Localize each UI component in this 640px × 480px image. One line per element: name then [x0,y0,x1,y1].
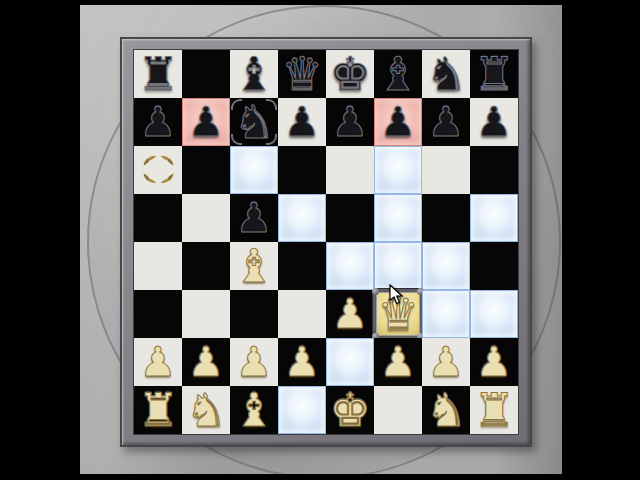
square-h6[interactable] [470,146,518,194]
square-f3[interactable]: ♛ [374,290,422,338]
square-g1[interactable]: ♞ [422,386,470,434]
square-e1[interactable]: ♚ [326,386,374,434]
square-e3[interactable]: ♟ [326,290,374,338]
square-e4[interactable] [326,242,374,290]
piece-white-knight[interactable]: ♞ [182,386,230,434]
piece-white-pawn[interactable]: ♟ [278,338,326,386]
piece-black-king[interactable]: ♚ [326,50,374,98]
square-b8[interactable] [182,50,230,98]
piece-white-pawn[interactable]: ♟ [230,338,278,386]
square-e2[interactable] [326,338,374,386]
piece-black-pawn[interactable]: ♟ [470,98,518,146]
piece-black-knight[interactable]: ♞ [230,98,278,146]
square-a8[interactable]: ♜ [134,50,182,98]
square-c5[interactable]: ♟ [230,194,278,242]
square-d3[interactable] [278,290,326,338]
square-f7[interactable]: ♟ [374,98,422,146]
piece-black-rook[interactable]: ♜ [134,50,182,98]
square-h1[interactable]: ♜ [470,386,518,434]
square-a4[interactable] [134,242,182,290]
square-a3[interactable] [134,290,182,338]
square-a2[interactable]: ♟ [134,338,182,386]
piece-black-pawn[interactable]: ♟ [230,194,278,242]
square-d4[interactable] [278,242,326,290]
square-f4[interactable] [374,242,422,290]
square-g2[interactable]: ♟ [422,338,470,386]
chess-board[interactable]: ♜♝♛♚♝♞♜♟♟♞♟♟♟♟♟♟♝♟♛♟♟♟♟♟♟♟♜♞♝♚♞♜ [134,50,518,434]
square-d1[interactable] [278,386,326,434]
square-g6[interactable] [422,146,470,194]
square-d5[interactable] [278,194,326,242]
square-h4[interactable] [470,242,518,290]
square-c3[interactable] [230,290,278,338]
piece-black-pawn[interactable]: ♟ [374,98,422,146]
game-screen: ♜♝♛♚♝♞♜♟♟♞♟♟♟♟♟♟♝♟♛♟♟♟♟♟♟♟♜♞♝♚♞♜ [0,0,640,480]
square-f6[interactable] [374,146,422,194]
square-b3[interactable] [182,290,230,338]
piece-white-pawn[interactable]: ♟ [470,338,518,386]
piece-black-pawn[interactable]: ♟ [326,98,374,146]
gold-hook-icon [160,171,174,185]
square-c8[interactable]: ♝ [230,50,278,98]
square-h2[interactable]: ♟ [470,338,518,386]
square-c7[interactable]: ♞ [230,98,278,146]
square-h3[interactable] [470,290,518,338]
square-g5[interactable] [422,194,470,242]
square-h8[interactable]: ♜ [470,50,518,98]
piece-black-pawn[interactable]: ♟ [278,98,326,146]
square-g8[interactable]: ♞ [422,50,470,98]
square-c6[interactable] [230,146,278,194]
piece-black-pawn[interactable]: ♟ [182,98,230,146]
gold-hook-icon [160,154,174,168]
square-g4[interactable] [422,242,470,290]
square-h5[interactable] [470,194,518,242]
piece-black-queen[interactable]: ♛ [278,50,326,98]
piece-white-pawn[interactable]: ♟ [326,290,374,338]
square-b7[interactable]: ♟ [182,98,230,146]
piece-black-rook[interactable]: ♜ [470,50,518,98]
piece-black-knight[interactable]: ♞ [422,50,470,98]
square-f2[interactable]: ♟ [374,338,422,386]
piece-white-bishop[interactable]: ♝ [230,386,278,434]
square-a6[interactable] [134,146,182,194]
square-e8[interactable]: ♚ [326,50,374,98]
square-a1[interactable]: ♜ [134,386,182,434]
last-move-origin-marker [134,146,182,194]
square-b5[interactable] [182,194,230,242]
square-d7[interactable]: ♟ [278,98,326,146]
piece-white-bishop[interactable]: ♝ [230,242,278,290]
square-d2[interactable]: ♟ [278,338,326,386]
square-b6[interactable] [182,146,230,194]
square-a7[interactable]: ♟ [134,98,182,146]
square-h7[interactable]: ♟ [470,98,518,146]
square-d6[interactable] [278,146,326,194]
piece-white-pawn[interactable]: ♟ [134,338,182,386]
square-g7[interactable]: ♟ [422,98,470,146]
piece-black-pawn[interactable]: ♟ [422,98,470,146]
square-d8[interactable]: ♛ [278,50,326,98]
piece-white-king[interactable]: ♚ [326,386,374,434]
square-f1[interactable] [374,386,422,434]
square-c1[interactable]: ♝ [230,386,278,434]
square-e6[interactable] [326,146,374,194]
gold-hook-icon [143,154,157,168]
square-c4[interactable]: ♝ [230,242,278,290]
piece-white-rook[interactable]: ♜ [470,386,518,434]
piece-white-queen[interactable]: ♛ [374,290,422,338]
square-g3[interactable] [422,290,470,338]
square-f8[interactable]: ♝ [374,50,422,98]
square-e7[interactable]: ♟ [326,98,374,146]
square-b4[interactable] [182,242,230,290]
square-b1[interactable]: ♞ [182,386,230,434]
square-b2[interactable]: ♟ [182,338,230,386]
gold-hook-icon [143,171,157,185]
piece-black-bishop[interactable]: ♝ [230,50,278,98]
square-c2[interactable]: ♟ [230,338,278,386]
piece-black-bishop[interactable]: ♝ [374,50,422,98]
piece-white-pawn[interactable]: ♟ [182,338,230,386]
square-a5[interactable] [134,194,182,242]
piece-white-knight[interactable]: ♞ [422,386,470,434]
piece-white-rook[interactable]: ♜ [134,386,182,434]
piece-black-pawn[interactable]: ♟ [134,98,182,146]
square-f5[interactable] [374,194,422,242]
piece-white-pawn[interactable]: ♟ [422,338,470,386]
square-e5[interactable] [326,194,374,242]
piece-white-pawn[interactable]: ♟ [374,338,422,386]
